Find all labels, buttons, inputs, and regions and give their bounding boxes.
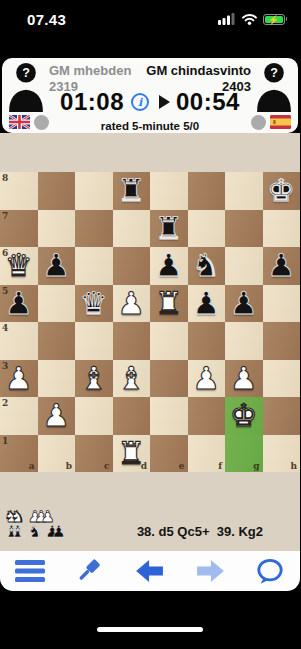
square-d7[interactable] [113, 210, 151, 248]
rank-label-2: 2 [2, 398, 8, 408]
bottom-bar [0, 591, 300, 649]
square-h5[interactable] [263, 285, 301, 323]
rank-label-3: 3 [2, 361, 8, 371]
captured-group: ♟♟ [45, 524, 66, 539]
square-h7[interactable] [263, 210, 301, 248]
rank-label-6: 6 [2, 248, 8, 258]
square-a8[interactable]: 8 [0, 172, 38, 210]
black-clock: 00:54 [176, 88, 240, 116]
square-a1[interactable]: 1a [0, 435, 38, 473]
black-king: ♚ [267, 175, 295, 206]
square-a4[interactable]: 4 [0, 322, 38, 360]
square-f6[interactable]: ♞ [188, 247, 226, 285]
captured-group: ♝♝ [4, 524, 25, 539]
square-g7[interactable] [225, 210, 263, 248]
white-rook: ♜ [155, 288, 183, 319]
square-g2[interactable]: ♚ [225, 397, 263, 435]
square-e7[interactable]: ♜ [150, 210, 188, 248]
square-f2[interactable] [188, 397, 226, 435]
square-a6[interactable]: 6♛ [0, 247, 38, 285]
black-pawn: ♟ [230, 288, 258, 319]
square-g8[interactable] [225, 172, 263, 210]
captured-black-bishop-icon: ♝ [10, 524, 24, 539]
square-b1[interactable]: b [38, 435, 76, 473]
black-pawn: ♟ [192, 288, 220, 319]
black-player-name: GM chindasvinto [146, 63, 251, 78]
black-pawn: ♟ [155, 250, 183, 281]
rank-label-7: 7 [2, 211, 8, 221]
square-c3[interactable]: ♝ [75, 360, 113, 398]
square-c4[interactable] [75, 322, 113, 360]
square-f5[interactable]: ♟ [188, 285, 226, 323]
square-a3[interactable]: 3♟ [0, 360, 38, 398]
square-g6[interactable] [225, 247, 263, 285]
info-button[interactable]: i [131, 93, 149, 111]
square-g4[interactable] [225, 322, 263, 360]
white-queen: ♛ [5, 250, 33, 281]
white-pawn: ♟ [192, 363, 220, 394]
player-card: ? ? GM mhebden GM chindasvinto 2319 2403… [2, 58, 298, 133]
turn-indicator-icon [159, 95, 170, 109]
square-c8[interactable] [75, 172, 113, 210]
square-h4[interactable] [263, 322, 301, 360]
chess-board[interactable]: 8♜♚7♜6♛♟♟♞♟5♟♛♟♜♟♟43♟♝♝♟♟2♟♚1abcd♜efgh [0, 172, 300, 472]
menu-button[interactable] [12, 555, 48, 587]
square-g3[interactable]: ♟ [225, 360, 263, 398]
square-e8[interactable] [150, 172, 188, 210]
chat-icon [256, 558, 284, 585]
square-g5[interactable]: ♟ [225, 285, 263, 323]
square-d1[interactable]: d♜ [113, 435, 151, 473]
back-button[interactable] [132, 555, 168, 587]
square-h6[interactable]: ♟ [263, 247, 301, 285]
white-bishop: ♝ [80, 363, 108, 394]
black-pawn: ♟ [5, 288, 33, 319]
black-queen: ♛ [80, 288, 108, 319]
rank-label-5: 5 [2, 286, 8, 296]
top-zone: 07.43 ⚡ [0, 0, 300, 133]
white-player-name: GM mhebden [49, 63, 131, 78]
clock-row: 01:08 i 00:54 [2, 88, 298, 116]
captured-row-black: ♝♝♞♟♟ [4, 524, 69, 539]
below-board-area: ♞♞♟♟♟♝♝♞♟♟ 38. d5 Qc5+ 39. Kg2 [0, 472, 300, 551]
status-bar: 07.43 ⚡ [0, 0, 300, 58]
arrow-right-icon [196, 559, 224, 583]
square-e3[interactable] [150, 360, 188, 398]
square-b5[interactable] [38, 285, 76, 323]
square-e1[interactable]: e [150, 435, 188, 473]
square-c2[interactable] [75, 397, 113, 435]
battery-icon: ⚡ [263, 14, 288, 25]
white-bishop: ♝ [117, 363, 145, 394]
move-list: 38. d5 Qc5+ 39. Kg2 [137, 524, 263, 539]
bottom-zone [0, 551, 300, 649]
black-knight: ♞ [192, 250, 220, 281]
gavel-button[interactable] [72, 555, 108, 587]
square-e4[interactable] [150, 322, 188, 360]
square-a7[interactable]: 7 [0, 210, 38, 248]
file-label-b: b [66, 461, 72, 471]
square-f4[interactable] [188, 322, 226, 360]
captured-group: ♞ [28, 524, 42, 539]
charging-bolt-icon: ⚡ [264, 14, 284, 26]
status-time: 07.43 [27, 11, 66, 28]
square-g1[interactable]: g [225, 435, 263, 473]
rank-label-1: 1 [2, 436, 8, 446]
square-h3[interactable] [263, 360, 301, 398]
file-label-h: h [290, 461, 297, 471]
wifi-icon [241, 13, 258, 25]
app-screen: 07.43 ⚡ [0, 0, 300, 649]
square-c6[interactable] [75, 247, 113, 285]
file-label-c: c [104, 461, 109, 471]
square-d3[interactable]: ♝ [113, 360, 151, 398]
black-pawn: ♟ [267, 250, 295, 281]
square-e2[interactable] [150, 397, 188, 435]
white-pawn: ♟ [5, 363, 33, 394]
arrow-left-icon [136, 559, 164, 583]
signal-icon [218, 13, 236, 25]
black-rook: ♜ [117, 175, 145, 206]
white-pawn: ♟ [230, 363, 258, 394]
file-label-d: d [141, 461, 147, 471]
white-pawn: ♟ [42, 400, 70, 431]
square-c7[interactable] [75, 210, 113, 248]
menu-icon [15, 560, 45, 582]
square-b8[interactable] [38, 172, 76, 210]
game-type-label: rated 5-minute 5/0 [2, 120, 298, 132]
black-rook: ♜ [155, 213, 183, 244]
square-h1[interactable]: h [263, 435, 301, 473]
toolbar [0, 551, 300, 591]
svg-text:?: ? [22, 66, 30, 80]
black-pawn: ♟ [42, 250, 70, 281]
square-b7[interactable] [38, 210, 76, 248]
svg-text:?: ? [270, 66, 278, 80]
file-label-g: g [253, 461, 259, 471]
white-pawn: ♟ [117, 288, 145, 319]
square-h8[interactable]: ♚ [263, 172, 301, 210]
square-a5[interactable]: 5♟ [0, 285, 38, 323]
chat-button[interactable] [252, 555, 288, 587]
square-e5[interactable]: ♜ [150, 285, 188, 323]
square-d4[interactable] [113, 322, 151, 360]
square-b2[interactable]: ♟ [38, 397, 76, 435]
square-b4[interactable] [38, 322, 76, 360]
square-f7[interactable] [188, 210, 226, 248]
home-indicator[interactable] [97, 627, 203, 632]
rank-label-4: 4 [2, 323, 8, 333]
square-a2[interactable]: 2 [0, 397, 38, 435]
square-d2[interactable] [113, 397, 151, 435]
board-top-margin [0, 133, 300, 172]
rank-label-8: 8 [2, 173, 8, 183]
square-b3[interactable] [38, 360, 76, 398]
gavel-icon [76, 557, 104, 585]
captured-pieces-tray: ♞♞♟♟♟♝♝♞♟♟ [4, 509, 69, 539]
square-d8[interactable]: ♜ [113, 172, 151, 210]
forward-button[interactable] [192, 555, 228, 587]
captured-black-pawn-icon: ♟ [51, 524, 65, 539]
square-f8[interactable] [188, 172, 226, 210]
file-label-e: e [179, 461, 185, 471]
square-d5[interactable]: ♟ [113, 285, 151, 323]
captured-black-knight-icon: ♞ [28, 524, 42, 539]
square-d6[interactable] [113, 247, 151, 285]
square-h2[interactable] [263, 397, 301, 435]
square-b6[interactable]: ♟ [38, 247, 76, 285]
square-e6[interactable]: ♟ [150, 247, 188, 285]
white-king: ♚ [230, 400, 258, 431]
square-c5[interactable]: ♛ [75, 285, 113, 323]
status-icons: ⚡ [218, 13, 288, 25]
file-label-a: a [29, 461, 35, 471]
square-c1[interactable]: c [75, 435, 113, 473]
white-clock: 01:08 [60, 88, 124, 116]
square-f3[interactable]: ♟ [188, 360, 226, 398]
square-f1[interactable]: f [188, 435, 226, 473]
file-label-f: f [218, 461, 222, 471]
